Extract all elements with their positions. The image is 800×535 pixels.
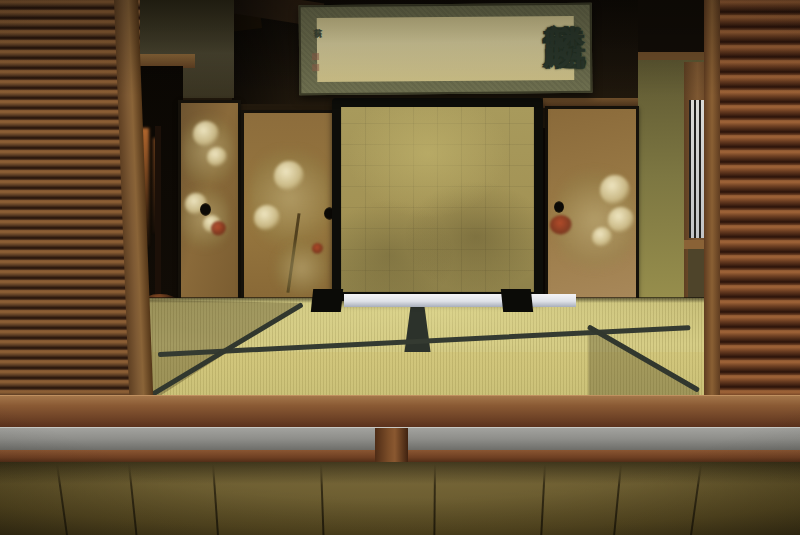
painted-red-flower: [211, 221, 226, 236]
japanese-room-photo: 龍 亀 鳳 麟 荻翁書: [0, 0, 800, 535]
painted-foliage: [250, 143, 330, 253]
hikite-door-pull: [200, 203, 211, 216]
painted-peony: [207, 147, 227, 167]
painted-red-peony: [550, 215, 572, 235]
rope-stanchion-pole: [155, 126, 161, 304]
fusuma-left-wall: [178, 100, 241, 308]
fusuma-back-wall-left: [241, 110, 341, 306]
painted-chrysanthemum: [608, 207, 634, 233]
painted-chrysanthemum: [600, 175, 630, 205]
wall-corner-shadow: [232, 0, 304, 104]
seal-stamp: [312, 64, 319, 71]
painted-peony: [193, 121, 219, 147]
plaque-character: 麟: [542, 26, 586, 70]
painted-red-flower: [312, 243, 323, 254]
light-strip-behind-screen: [344, 294, 576, 307]
painted-chrysanthemum: [592, 227, 612, 247]
tsuitate-gold-leaf-panel: [341, 107, 534, 292]
right-door-stile: [704, 0, 720, 432]
plaque-characters: 龍 亀 鳳 麟: [339, 5, 587, 93]
painted-peony: [254, 205, 280, 231]
hikite-door-pull: [554, 201, 564, 213]
calligraphy-plaque: 龍 亀 鳳 麟 荻翁書: [299, 3, 593, 96]
slit-window-barred-light: [689, 100, 704, 238]
painted-peony: [274, 161, 304, 191]
seal-stamp: [312, 53, 319, 60]
screen-stand-foot: [501, 289, 533, 312]
veranda-plank-floor: [0, 462, 800, 535]
fusuma-back-wall-right: [545, 106, 639, 304]
screen-stand-foot: [311, 289, 343, 312]
veranda-edge-beam: [0, 395, 800, 428]
right-slatted-door: [712, 0, 800, 432]
